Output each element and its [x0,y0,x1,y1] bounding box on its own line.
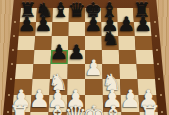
chess-app-screenshot: ♜♞♝♛♚♝♜♟♟♟♟♟♟♞♟♟♟♞♞♟♟♟♟♟♟♟♜♝♛♚♝♜ [0,0,169,115]
piece-white-rook-h1[interactable]: ♜ [131,103,169,115]
piece-black-knight-f6[interactable]: ♞ [95,29,125,49]
frame-stud [11,63,13,65]
frame-stud [12,49,14,51]
frame-stud [155,35,157,37]
frame-stud [10,78,12,80]
frame-stud [156,49,158,51]
piece-black-pawn-b7[interactable]: ♟ [29,15,59,35]
piece-white-rook-a1[interactable]: ♜ [1,103,39,115]
piece-white-bishop-f1[interactable]: ♝ [94,103,132,115]
piece-black-pawn-h7[interactable]: ♟ [128,15,158,35]
